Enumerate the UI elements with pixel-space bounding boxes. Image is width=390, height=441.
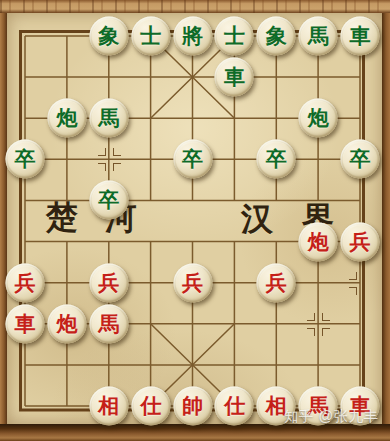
- piece-red[interactable]: 仕: [131, 386, 170, 425]
- piece-red[interactable]: 仕: [215, 386, 254, 425]
- piece-black[interactable]: 卒: [89, 181, 128, 220]
- point-marker: [113, 148, 121, 156]
- piece-red[interactable]: 車: [6, 304, 45, 343]
- piece-red[interactable]: 帥: [173, 386, 212, 425]
- piece-red[interactable]: 兵: [341, 222, 380, 261]
- piece-black[interactable]: 車: [215, 58, 254, 97]
- piece-red[interactable]: 兵: [257, 263, 296, 302]
- piece-black[interactable]: 士: [215, 17, 254, 56]
- piece-black[interactable]: 卒: [6, 140, 45, 179]
- point-marker: [349, 272, 357, 280]
- piece-black[interactable]: 將: [173, 17, 212, 56]
- piece-red[interactable]: 馬: [89, 304, 128, 343]
- river-label-han: 汉: [241, 198, 273, 242]
- xiangqi-app: 楚 河 汉 界 象士將士象馬車車炮馬炮卒卒卒卒卒炮兵兵兵兵兵車炮馬相仕帥仕相馬車…: [0, 0, 390, 441]
- point-marker: [307, 328, 315, 336]
- piece-red[interactable]: 兵: [6, 263, 45, 302]
- piece-red[interactable]: 兵: [173, 263, 212, 302]
- river-label-chu: 楚: [46, 196, 78, 240]
- piece-black[interactable]: 炮: [299, 99, 338, 138]
- piece-black[interactable]: 馬: [299, 17, 338, 56]
- piece-black[interactable]: 卒: [173, 140, 212, 179]
- piece-black[interactable]: 象: [89, 17, 128, 56]
- piece-black[interactable]: 卒: [257, 140, 296, 179]
- piece-black[interactable]: 卒: [341, 140, 380, 179]
- point-marker: [349, 287, 357, 295]
- piece-red[interactable]: 相: [89, 386, 128, 425]
- piece-black[interactable]: 象: [257, 17, 296, 56]
- piece-red[interactable]: 炮: [299, 222, 338, 261]
- point-marker: [113, 163, 121, 171]
- piece-black[interactable]: 馬: [89, 99, 128, 138]
- piece-black[interactable]: 士: [131, 17, 170, 56]
- point-marker: [322, 328, 330, 336]
- point-marker: [307, 313, 315, 321]
- piece-black[interactable]: 車: [341, 17, 380, 56]
- piece-red[interactable]: 炮: [47, 304, 86, 343]
- point-marker: [98, 148, 106, 156]
- piece-black[interactable]: 炮: [47, 99, 86, 138]
- point-marker: [322, 313, 330, 321]
- piece-red[interactable]: 兵: [89, 263, 128, 302]
- point-marker: [98, 163, 106, 171]
- watermark: 知乎 @张九丰: [284, 407, 379, 426]
